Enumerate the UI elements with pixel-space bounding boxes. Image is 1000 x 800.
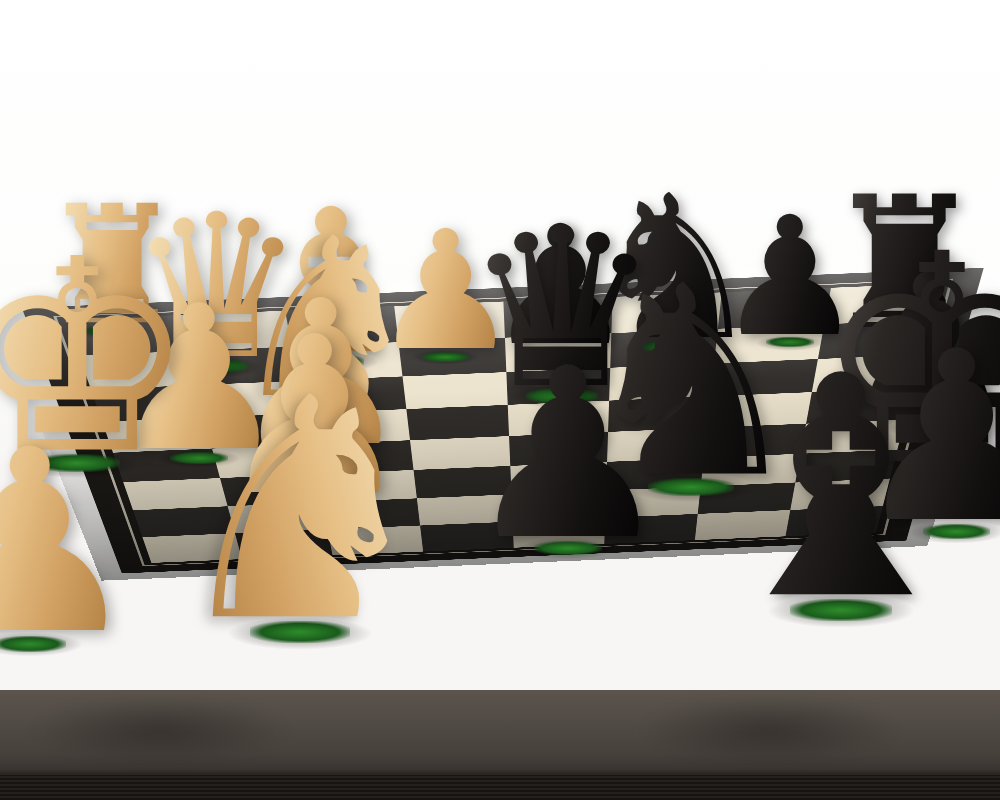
piece-white-pawn-a2: ♟	[0, 417, 143, 670]
piece-black-bishop-g2: ♝	[704, 336, 978, 641]
piece-white-knight-c2: ♞	[163, 359, 437, 664]
piece-black-pawn-e3: ♟	[462, 337, 673, 572]
frame-shadow-right	[640, 695, 900, 765]
board-frame-edge	[0, 775, 1000, 800]
frame-shadow-left	[30, 695, 290, 765]
chess-set-photo: ♜♛♝♟♞♚♟♟♟♟♞♟♞♟♜♛♟♞♚♟♝♟	[0, 0, 1000, 800]
